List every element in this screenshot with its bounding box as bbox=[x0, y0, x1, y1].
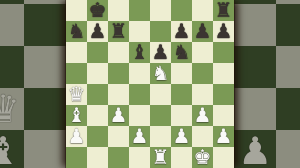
square-f4[interactable] bbox=[171, 84, 192, 105]
square-c7[interactable]: ♜ bbox=[108, 21, 129, 42]
square-e6[interactable]: ♟ bbox=[150, 42, 171, 63]
square-a1[interactable] bbox=[66, 147, 87, 168]
square-e1[interactable]: ♜ bbox=[150, 147, 171, 168]
square-d2[interactable]: ♟ bbox=[129, 126, 150, 147]
square-a4: ♛ bbox=[0, 88, 24, 130]
square-h2[interactable]: ♟ bbox=[213, 126, 234, 147]
black-rook: ♜ bbox=[110, 21, 128, 42]
square-g1[interactable]: ♚ bbox=[192, 147, 213, 168]
square-d7[interactable] bbox=[129, 21, 150, 42]
square-h8[interactable]: ♜ bbox=[213, 0, 234, 21]
black-pawn: ♟ bbox=[194, 21, 212, 42]
square-c3[interactable]: ♟ bbox=[108, 105, 129, 126]
white-king: ♚ bbox=[194, 147, 212, 168]
square-e7[interactable] bbox=[150, 21, 171, 42]
square-f8[interactable] bbox=[171, 0, 192, 21]
square-a6[interactable] bbox=[66, 42, 87, 63]
black-pawn: ♟ bbox=[152, 42, 170, 63]
square-a8[interactable] bbox=[66, 0, 87, 21]
square-d1[interactable] bbox=[129, 147, 150, 168]
square-a6 bbox=[0, 4, 24, 46]
white-knight: ♞ bbox=[152, 63, 170, 84]
square-h3[interactable] bbox=[213, 105, 234, 126]
white-pawn: ♟ bbox=[131, 126, 149, 147]
square-b8[interactable]: ♚ bbox=[87, 0, 108, 21]
white-queen: ♛ bbox=[0, 88, 20, 130]
white-pawn: ♟ bbox=[194, 105, 212, 126]
square-e4[interactable] bbox=[150, 84, 171, 105]
square-g6[interactable] bbox=[192, 42, 213, 63]
square-g5[interactable] bbox=[192, 63, 213, 84]
white-rook: ♜ bbox=[152, 147, 170, 168]
square-c4[interactable] bbox=[108, 84, 129, 105]
square-h4[interactable] bbox=[213, 84, 234, 105]
square-g3: ♟ bbox=[234, 130, 276, 168]
square-d5[interactable] bbox=[129, 63, 150, 84]
square-g5 bbox=[234, 46, 276, 88]
square-b5 bbox=[24, 46, 66, 88]
square-a4[interactable]: ♛ bbox=[66, 84, 87, 105]
white-queen: ♛ bbox=[68, 84, 86, 105]
square-a5 bbox=[0, 46, 24, 88]
square-c2[interactable] bbox=[108, 126, 129, 147]
square-f3[interactable] bbox=[171, 105, 192, 126]
square-f1[interactable] bbox=[171, 147, 192, 168]
square-g4[interactable] bbox=[192, 84, 213, 105]
chess-board[interactable]: ♚♜♞♟♜♟♟♟♝♟♞♞♛♝♟♟♟♟♟♟♜♚ bbox=[66, 0, 234, 168]
black-knight: ♞ bbox=[173, 42, 191, 63]
square-f7[interactable]: ♟ bbox=[171, 21, 192, 42]
square-g8[interactable] bbox=[192, 0, 213, 21]
black-knight: ♞ bbox=[68, 21, 86, 42]
square-f5[interactable] bbox=[171, 63, 192, 84]
black-pawn: ♟ bbox=[173, 21, 191, 42]
square-b6 bbox=[24, 4, 66, 46]
square-c5[interactable] bbox=[108, 63, 129, 84]
square-h6 bbox=[276, 4, 300, 46]
square-f6[interactable]: ♞ bbox=[171, 42, 192, 63]
square-b6[interactable] bbox=[87, 42, 108, 63]
white-pawn: ♟ bbox=[215, 126, 233, 147]
square-a3[interactable]: ♝ bbox=[66, 105, 87, 126]
black-king: ♚ bbox=[89, 0, 107, 21]
square-a5[interactable] bbox=[66, 63, 87, 84]
square-e5[interactable]: ♞ bbox=[150, 63, 171, 84]
white-bishop: ♝ bbox=[0, 130, 20, 168]
square-g3[interactable]: ♟ bbox=[192, 105, 213, 126]
square-f2[interactable]: ♟ bbox=[171, 126, 192, 147]
square-b3 bbox=[24, 130, 66, 168]
square-g7[interactable]: ♟ bbox=[192, 21, 213, 42]
square-e3[interactable] bbox=[150, 105, 171, 126]
square-a7[interactable]: ♞ bbox=[66, 21, 87, 42]
square-h6[interactable] bbox=[213, 42, 234, 63]
square-e2[interactable] bbox=[150, 126, 171, 147]
square-b7[interactable]: ♟ bbox=[87, 21, 108, 42]
square-b3[interactable] bbox=[87, 105, 108, 126]
square-h5[interactable] bbox=[213, 63, 234, 84]
square-b4[interactable] bbox=[87, 84, 108, 105]
square-b2[interactable] bbox=[87, 126, 108, 147]
square-g6 bbox=[234, 4, 276, 46]
square-d8[interactable] bbox=[129, 0, 150, 21]
square-b5[interactable] bbox=[87, 63, 108, 84]
square-b4 bbox=[24, 88, 66, 130]
square-b1[interactable] bbox=[87, 147, 108, 168]
white-bishop: ♝ bbox=[68, 105, 86, 126]
square-a3: ♝ bbox=[0, 130, 24, 168]
square-h3 bbox=[276, 130, 300, 168]
square-c1[interactable] bbox=[108, 147, 129, 168]
black-bishop: ♝ bbox=[131, 42, 149, 63]
square-c8[interactable] bbox=[108, 0, 129, 21]
square-h1[interactable] bbox=[213, 147, 234, 168]
chess-video-frame: ♚♜♞♟♜♟♟♟♝♟♞♞♛♝♟♟♟♟♟♟♜♚ ♚♜♞♟♜♟♟♟♝♟♞♞♛♝♟♟♟… bbox=[0, 0, 300, 168]
black-pawn: ♟ bbox=[215, 21, 233, 42]
square-e8[interactable] bbox=[150, 0, 171, 21]
square-h4 bbox=[276, 88, 300, 130]
square-d6[interactable]: ♝ bbox=[129, 42, 150, 63]
white-pawn: ♟ bbox=[110, 105, 128, 126]
square-c6[interactable] bbox=[108, 42, 129, 63]
square-g4 bbox=[234, 88, 276, 130]
black-rook: ♜ bbox=[215, 0, 233, 21]
square-g2[interactable] bbox=[192, 126, 213, 147]
square-a2[interactable]: ♟ bbox=[66, 126, 87, 147]
square-d3[interactable] bbox=[129, 105, 150, 126]
square-d4[interactable] bbox=[129, 84, 150, 105]
white-pawn: ♟ bbox=[68, 126, 86, 147]
square-h7[interactable]: ♟ bbox=[213, 21, 234, 42]
white-pawn: ♟ bbox=[238, 130, 272, 168]
black-pawn: ♟ bbox=[89, 21, 107, 42]
white-pawn: ♟ bbox=[173, 126, 191, 147]
square-h5 bbox=[276, 46, 300, 88]
